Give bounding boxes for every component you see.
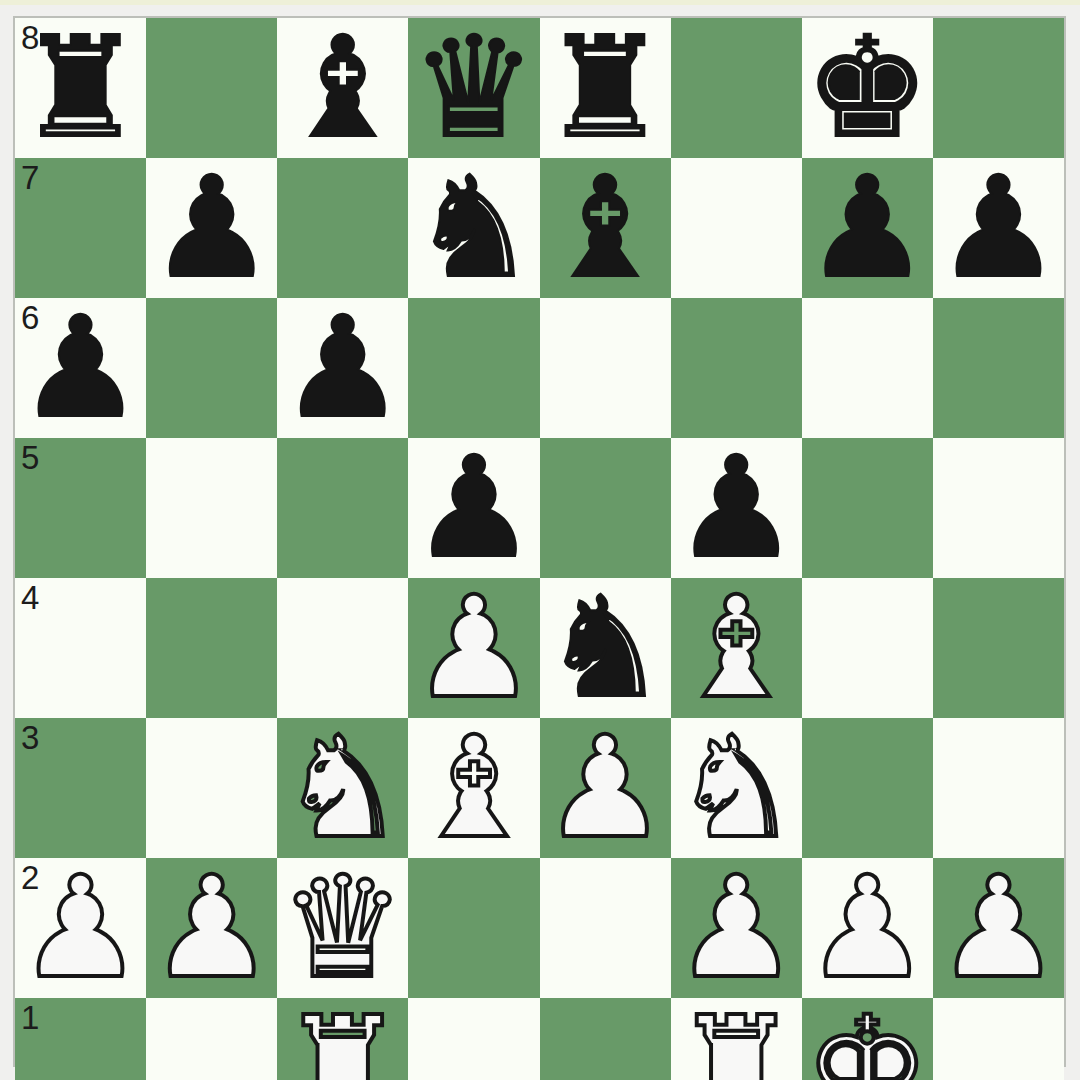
- piece-white-bishop[interactable]: ♝: [411, 718, 537, 858]
- piece-black-rook[interactable]: ♜: [18, 18, 144, 158]
- square-f7[interactable]: [671, 158, 802, 298]
- square-h1[interactable]: h: [933, 998, 1064, 1080]
- square-g4[interactable]: [802, 578, 933, 718]
- piece-white-rook[interactable]: ♜: [280, 998, 406, 1080]
- piece-black-pawn[interactable]: ♟: [673, 438, 799, 578]
- piece-white-pawn[interactable]: ♟: [18, 858, 144, 998]
- square-d6[interactable]: [408, 298, 539, 438]
- square-h3[interactable]: [933, 718, 1064, 858]
- square-c8[interactable]: ♝: [277, 18, 408, 158]
- square-c2[interactable]: ♛: [277, 858, 408, 998]
- piece-black-knight[interactable]: ♞: [542, 578, 668, 718]
- piece-white-knight[interactable]: ♞: [673, 718, 799, 858]
- chess-board: 8♜♝♛♜♚7♟♞♝♟♟6♟♟5♟♟4♟♞♝3♞♝♟♞2♟♟♛♟♟♟1abc♜d…: [13, 16, 1066, 1067]
- square-d1[interactable]: d: [408, 998, 539, 1080]
- piece-white-pawn[interactable]: ♟: [542, 718, 668, 858]
- square-a2[interactable]: 2♟: [15, 858, 146, 998]
- square-g7[interactable]: ♟: [802, 158, 933, 298]
- piece-black-pawn[interactable]: ♟: [805, 158, 931, 298]
- square-f6[interactable]: [671, 298, 802, 438]
- piece-black-queen[interactable]: ♛: [411, 18, 537, 158]
- square-b4[interactable]: [146, 578, 277, 718]
- square-g5[interactable]: [802, 438, 933, 578]
- square-h8[interactable]: [933, 18, 1064, 158]
- square-f3[interactable]: ♞: [671, 718, 802, 858]
- square-b5[interactable]: [146, 438, 277, 578]
- square-a3[interactable]: 3: [15, 718, 146, 858]
- square-e4[interactable]: ♞: [540, 578, 671, 718]
- square-a5[interactable]: 5: [15, 438, 146, 578]
- piece-black-bishop[interactable]: ♝: [280, 18, 406, 158]
- square-f5[interactable]: ♟: [671, 438, 802, 578]
- square-c5[interactable]: [277, 438, 408, 578]
- square-f4[interactable]: ♝: [671, 578, 802, 718]
- square-e5[interactable]: [540, 438, 671, 578]
- square-c1[interactable]: c♜: [277, 998, 408, 1080]
- square-d2[interactable]: [408, 858, 539, 998]
- piece-white-knight[interactable]: ♞: [280, 718, 406, 858]
- square-d8[interactable]: ♛: [408, 18, 539, 158]
- square-g6[interactable]: [802, 298, 933, 438]
- square-f2[interactable]: ♟: [671, 858, 802, 998]
- piece-black-king[interactable]: ♚: [805, 18, 931, 158]
- square-f8[interactable]: [671, 18, 802, 158]
- piece-black-pawn[interactable]: ♟: [411, 438, 537, 578]
- square-f1[interactable]: f♜: [671, 998, 802, 1080]
- top-accent-strip: [0, 0, 1080, 5]
- square-d4[interactable]: ♟: [408, 578, 539, 718]
- piece-black-bishop[interactable]: ♝: [542, 158, 668, 298]
- square-e3[interactable]: ♟: [540, 718, 671, 858]
- square-e1[interactable]: e: [540, 998, 671, 1080]
- square-a4[interactable]: 4: [15, 578, 146, 718]
- square-g3[interactable]: [802, 718, 933, 858]
- square-b2[interactable]: ♟: [146, 858, 277, 998]
- piece-white-rook[interactable]: ♜: [673, 998, 799, 1080]
- piece-white-bishop[interactable]: ♝: [673, 578, 799, 718]
- piece-white-pawn[interactable]: ♟: [149, 858, 275, 998]
- square-g2[interactable]: ♟: [802, 858, 933, 998]
- piece-white-king[interactable]: ♚: [805, 998, 931, 1080]
- square-e6[interactable]: [540, 298, 671, 438]
- square-c3[interactable]: ♞: [277, 718, 408, 858]
- piece-white-pawn[interactable]: ♟: [936, 858, 1062, 998]
- piece-black-knight[interactable]: ♞: [411, 158, 537, 298]
- piece-black-pawn[interactable]: ♟: [149, 158, 275, 298]
- piece-white-pawn[interactable]: ♟: [673, 858, 799, 998]
- square-c4[interactable]: [277, 578, 408, 718]
- square-a7[interactable]: 7: [15, 158, 146, 298]
- piece-white-pawn[interactable]: ♟: [411, 578, 537, 718]
- square-a6[interactable]: 6♟: [15, 298, 146, 438]
- piece-black-pawn[interactable]: ♟: [280, 298, 406, 438]
- square-h4[interactable]: [933, 578, 1064, 718]
- square-b8[interactable]: [146, 18, 277, 158]
- square-e8[interactable]: ♜: [540, 18, 671, 158]
- square-b6[interactable]: [146, 298, 277, 438]
- square-g8[interactable]: ♚: [802, 18, 933, 158]
- rank-label-4: 4: [21, 581, 39, 614]
- square-c6[interactable]: ♟: [277, 298, 408, 438]
- piece-black-pawn[interactable]: ♟: [936, 158, 1062, 298]
- square-a1[interactable]: 1a: [15, 998, 146, 1080]
- piece-white-queen[interactable]: ♛: [280, 858, 406, 998]
- piece-white-pawn[interactable]: ♟: [805, 858, 931, 998]
- square-g1[interactable]: g♚: [802, 998, 933, 1080]
- square-h6[interactable]: [933, 298, 1064, 438]
- square-b3[interactable]: [146, 718, 277, 858]
- square-h2[interactable]: ♟: [933, 858, 1064, 998]
- square-a8[interactable]: 8♜: [15, 18, 146, 158]
- rank-label-3: 3: [21, 721, 39, 754]
- piece-black-pawn[interactable]: ♟: [18, 298, 144, 438]
- square-h5[interactable]: [933, 438, 1064, 578]
- piece-black-rook[interactable]: ♜: [542, 18, 668, 158]
- square-h7[interactable]: ♟: [933, 158, 1064, 298]
- square-c7[interactable]: [277, 158, 408, 298]
- square-d7[interactable]: ♞: [408, 158, 539, 298]
- square-d5[interactable]: ♟: [408, 438, 539, 578]
- square-d3[interactable]: ♝: [408, 718, 539, 858]
- square-b7[interactable]: ♟: [146, 158, 277, 298]
- square-e7[interactable]: ♝: [540, 158, 671, 298]
- square-b1[interactable]: b: [146, 998, 277, 1080]
- square-e2[interactable]: [540, 858, 671, 998]
